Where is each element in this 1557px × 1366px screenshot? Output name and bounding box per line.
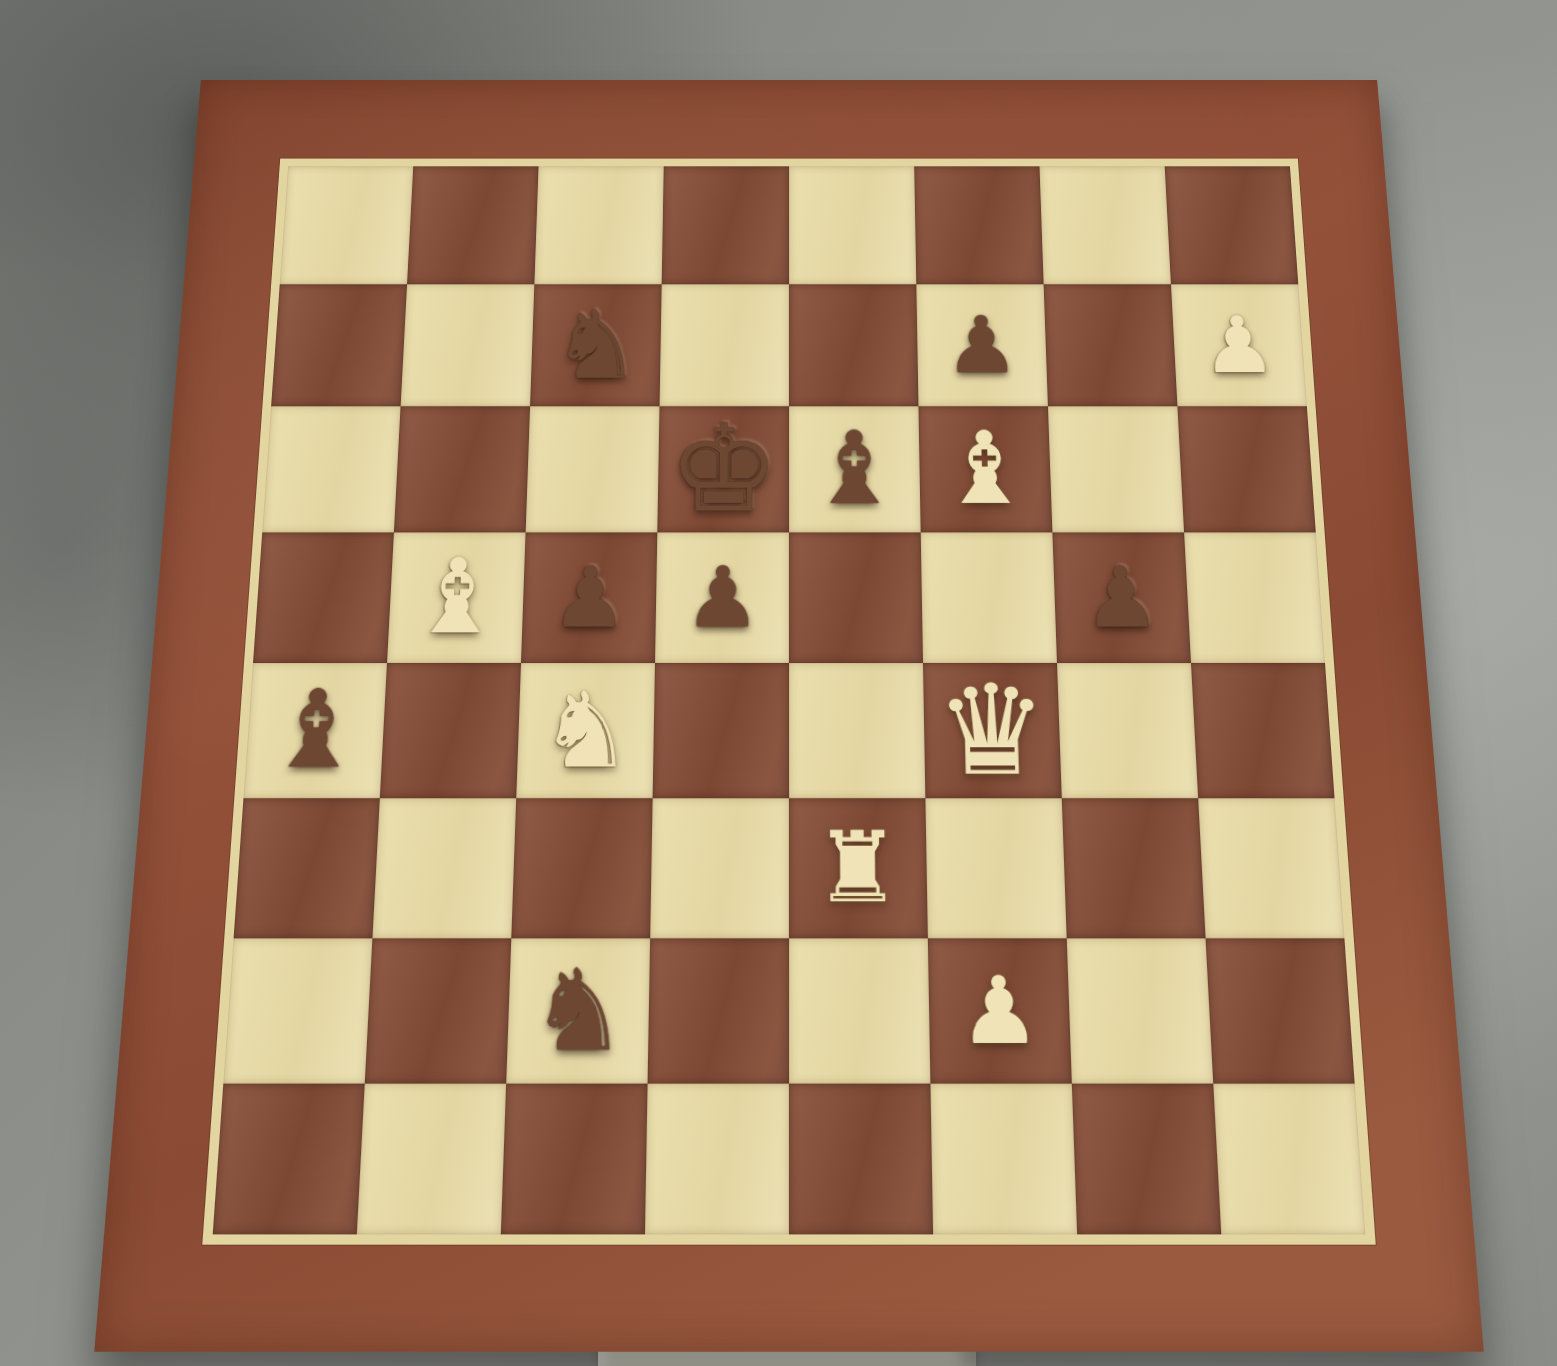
square-d1[interactable] [645, 1084, 789, 1235]
square-c4[interactable]: ♞ [516, 663, 655, 798]
square-f2[interactable]: ♟ [928, 938, 1072, 1083]
square-g7[interactable] [1044, 284, 1178, 406]
square-d2[interactable] [648, 938, 789, 1083]
piece-black-knight-c2: ♞ [506, 938, 650, 1083]
square-b8[interactable] [407, 166, 538, 284]
square-g8[interactable] [1039, 166, 1170, 284]
square-d5[interactable]: ♟ [655, 532, 789, 663]
square-b5[interactable]: ♝ [387, 532, 526, 663]
square-e4[interactable] [789, 663, 925, 798]
piece-black-pawn-c5: ♟ [521, 532, 657, 663]
square-g5[interactable]: ♟ [1052, 532, 1191, 663]
square-c7[interactable]: ♞ [530, 284, 662, 406]
square-e2[interactable] [789, 938, 930, 1083]
square-c5[interactable]: ♟ [521, 532, 657, 663]
square-h3[interactable] [1198, 798, 1344, 938]
square-h8[interactable] [1165, 166, 1299, 284]
square-g1[interactable] [1072, 1084, 1221, 1235]
square-g2[interactable] [1067, 938, 1214, 1083]
piece-black-pawn-f7: ♟ [916, 284, 1048, 406]
square-b2[interactable] [365, 938, 512, 1083]
piece-white-queen-f4: ♛ [923, 663, 1062, 798]
square-g4[interactable] [1057, 663, 1198, 798]
piece-black-king-d6: ♚ [657, 406, 789, 532]
square-e3[interactable]: ♜ [789, 798, 928, 938]
square-e1[interactable] [789, 1084, 933, 1235]
square-f1[interactable] [930, 1084, 1077, 1235]
square-h4[interactable] [1191, 663, 1335, 798]
piece-white-rook-e3: ♜ [789, 798, 928, 938]
piece-white-bishop-f6: ♝ [918, 406, 1052, 532]
square-c8[interactable] [534, 166, 663, 284]
square-a4[interactable]: ♝ [243, 663, 387, 798]
piece-black-pawn-g5: ♟ [1052, 532, 1191, 663]
square-b6[interactable] [394, 406, 530, 532]
piece-black-bishop-e6: ♝ [789, 406, 921, 532]
square-a3[interactable] [234, 798, 380, 938]
square-b4[interactable] [380, 663, 521, 798]
square-h5[interactable] [1184, 532, 1325, 663]
square-e7[interactable] [789, 284, 918, 406]
square-a1[interactable] [213, 1084, 365, 1235]
piece-black-pawn-d5: ♟ [655, 532, 789, 663]
square-c1[interactable] [501, 1084, 648, 1235]
square-f7[interactable]: ♟ [916, 284, 1048, 406]
square-b7[interactable] [401, 284, 535, 406]
square-h1[interactable] [1213, 1084, 1365, 1235]
piece-black-bishop-a4: ♝ [243, 663, 387, 798]
square-h7[interactable]: ♟ [1171, 284, 1307, 406]
square-f5[interactable] [921, 532, 1057, 663]
square-c6[interactable] [526, 406, 660, 532]
piece-white-knight-c4: ♞ [516, 663, 655, 798]
board-grid: ♞♟♟♚♝♝♝♟♟♟♝♞♛♜♞♟ [213, 166, 1366, 1234]
square-b3[interactable] [372, 798, 516, 938]
square-h2[interactable] [1206, 938, 1355, 1083]
square-e8[interactable] [789, 166, 916, 284]
square-e6[interactable]: ♝ [789, 406, 921, 532]
board-frame: ♞♟♟♚♝♝♝♟♟♟♝♞♛♜♞♟ [94, 80, 1484, 1352]
square-d8[interactable] [662, 166, 789, 284]
square-d7[interactable] [660, 284, 789, 406]
piece-white-pawn-h7: ♟ [1171, 284, 1307, 406]
square-f8[interactable] [914, 166, 1043, 284]
square-b1[interactable] [357, 1084, 506, 1235]
square-a7[interactable] [271, 284, 407, 406]
square-c2[interactable]: ♞ [506, 938, 650, 1083]
square-g6[interactable] [1048, 406, 1184, 532]
square-h6[interactable] [1177, 406, 1315, 532]
square-a8[interactable] [280, 166, 414, 284]
square-f6[interactable]: ♝ [918, 406, 1052, 532]
piece-black-knight-c7: ♞ [530, 284, 662, 406]
square-a2[interactable] [223, 938, 372, 1083]
square-d6[interactable]: ♚ [657, 406, 789, 532]
square-a5[interactable] [253, 532, 394, 663]
square-d4[interactable] [653, 663, 789, 798]
chessboard: ♞♟♟♚♝♝♝♟♟♟♝♞♛♜♞♟ [94, 80, 1484, 1352]
square-f3[interactable] [925, 798, 1066, 938]
square-g3[interactable] [1062, 798, 1206, 938]
square-f4[interactable]: ♛ [923, 663, 1062, 798]
square-c3[interactable] [511, 798, 652, 938]
piece-white-pawn-f2: ♟ [928, 938, 1072, 1083]
square-e5[interactable] [789, 532, 923, 663]
square-d3[interactable] [650, 798, 789, 938]
square-a6[interactable] [262, 406, 400, 532]
board-inner-maple-border: ♞♟♟♚♝♝♝♟♟♟♝♞♛♜♞♟ [202, 159, 1375, 1245]
piece-white-bishop-b5: ♝ [387, 532, 526, 663]
